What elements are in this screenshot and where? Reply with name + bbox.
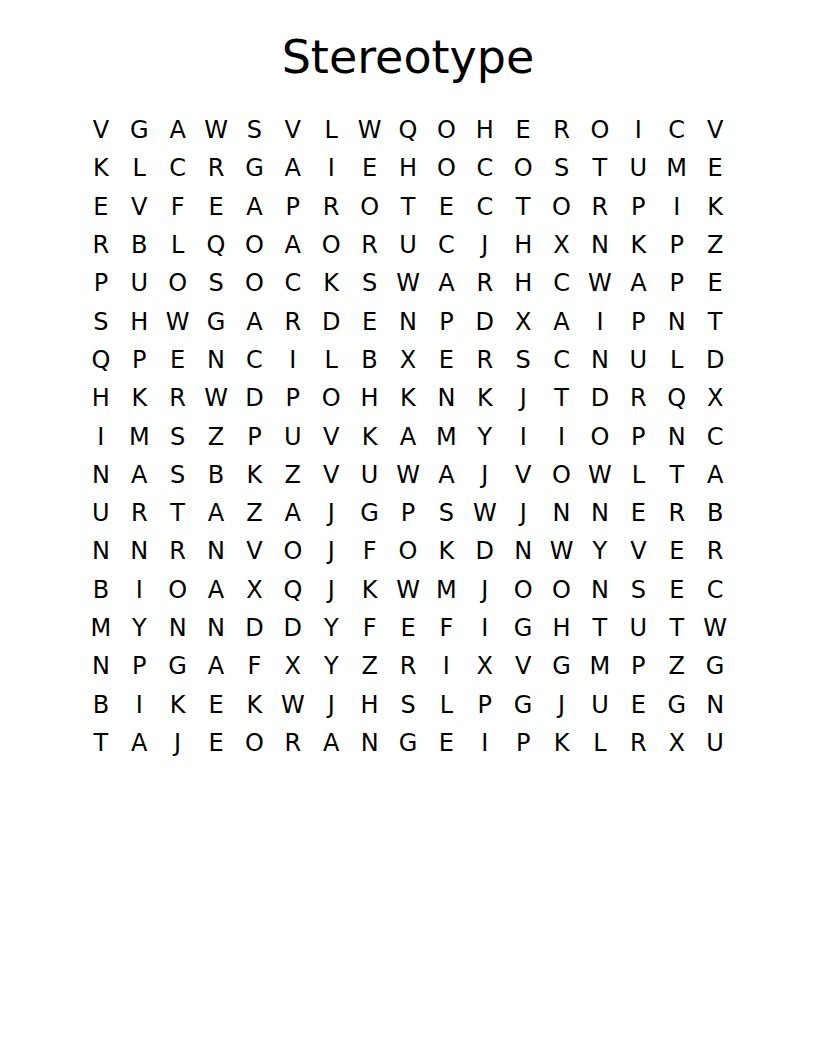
grid-cell: J [466,571,504,609]
grid-cell: O [504,149,542,187]
grid-cell: O [389,532,427,570]
grid-cell: W [696,609,734,647]
grid-cell: H [350,685,388,723]
grid-cell: U [581,685,619,723]
grid-cell: W [389,456,427,494]
grid-cell: D [466,532,504,570]
grid-cell: I [466,724,504,762]
grid-cell: R [619,724,657,762]
grid-cell: K [350,571,388,609]
grid-cell: K [696,188,734,226]
grid-cell: A [619,264,657,302]
grid-cell: R [120,494,158,532]
grid-cell: F [158,188,196,226]
grid-cell: N [581,494,619,532]
grid-cell: G [542,647,580,685]
grid-cell: R [312,188,350,226]
grid-cell: S [427,494,465,532]
grid-cell: V [312,417,350,455]
grid-cell: F [350,532,388,570]
grid-cell: T [504,188,542,226]
grid-cell: C [235,341,273,379]
grid-cell: W [197,111,235,149]
grid-cell: E [696,149,734,187]
grid-cell: W [581,264,619,302]
grid-cell: N [542,494,580,532]
grid-cell: L [312,111,350,149]
grid-cell: G [696,647,734,685]
grid-cell: I [466,609,504,647]
grid-cell: R [197,149,235,187]
grid-cell: G [350,494,388,532]
grid-cell: D [274,609,312,647]
grid-cell: P [619,188,657,226]
grid-cell: V [82,111,120,149]
grid-cell: S [158,456,196,494]
grid-cell: C [427,226,465,264]
grid-cell: X [389,341,427,379]
grid-cell: X [504,302,542,340]
grid-cell: J [504,379,542,417]
grid-cell: K [466,379,504,417]
grid-cell: Z [658,647,696,685]
grid-cell: N [504,532,542,570]
grid-cell: A [120,456,158,494]
grid-cell: O [542,188,580,226]
grid-cell: G [120,111,158,149]
grid-cell: A [427,456,465,494]
grid-cell: V [504,456,542,494]
grid-cell: O [427,149,465,187]
grid-cell: B [197,456,235,494]
grid-cell: P [389,494,427,532]
grid-cell: O [504,571,542,609]
grid-cell: K [427,532,465,570]
grid-cell: A [274,149,312,187]
grid-cell: A [542,302,580,340]
grid-cell: P [466,685,504,723]
grid-cell: E [197,724,235,762]
grid-cell: H [466,111,504,149]
grid-cell: B [82,685,120,723]
grid-cell: O [158,264,196,302]
grid-cell: P [619,647,657,685]
grid-cell: W [542,532,580,570]
grid-cell: R [82,226,120,264]
grid-cell: J [466,456,504,494]
grid-cell: D [312,302,350,340]
grid-cell: E [350,149,388,187]
grid-cell: U [696,724,734,762]
grid-cell: A [197,571,235,609]
grid-cell: I [82,417,120,455]
grid-cell: U [389,226,427,264]
grid-cell: W [389,571,427,609]
grid-cell: O [235,724,273,762]
grid-cell: G [658,685,696,723]
grid-cell: N [82,532,120,570]
grid-cell: G [158,647,196,685]
grid-cell: S [235,111,273,149]
grid-cell: O [427,111,465,149]
grid-cell: F [235,647,273,685]
grid-cell: Q [658,379,696,417]
grid-cell: Z [274,456,312,494]
grid-cell: R [619,379,657,417]
grid-cell: R [658,494,696,532]
grid-cell: H [542,609,580,647]
grid-cell: X [658,724,696,762]
grid-cell: Y [312,647,350,685]
grid-cell: H [120,302,158,340]
grid-cell: V [504,647,542,685]
grid-cell: O [274,532,312,570]
grid-cell: A [274,494,312,532]
grid-cell: L [158,226,196,264]
grid-cell: J [504,494,542,532]
grid-cell: B [350,341,388,379]
grid-cell: N [197,532,235,570]
grid-cell: T [389,188,427,226]
grid-cell: U [274,417,312,455]
grid-cell: L [120,149,158,187]
grid-cell: X [696,379,734,417]
grid-cell: Z [235,494,273,532]
grid-cell: O [312,379,350,417]
grid-cell: J [312,494,350,532]
grid-cell: Q [274,571,312,609]
grid-cell: B [696,494,734,532]
grid-cell: S [389,685,427,723]
grid-cell: N [197,341,235,379]
grid-cell: K [389,379,427,417]
grid-cell: L [581,724,619,762]
grid-cell: K [82,149,120,187]
grid-cell: P [120,341,158,379]
grid-cell: I [274,341,312,379]
grid-cell: Y [466,417,504,455]
grid-cell: C [466,149,504,187]
grid-cell: C [274,264,312,302]
grid-cell: N [82,456,120,494]
grid-cell: E [504,111,542,149]
grid-cell: E [619,494,657,532]
grid-cell: P [274,188,312,226]
grid-cell: H [504,264,542,302]
grid-cell: R [466,341,504,379]
grid-cell: V [312,456,350,494]
grid-cell: G [504,685,542,723]
grid-cell: N [158,609,196,647]
grid-cell: U [619,341,657,379]
grid-cell: E [696,264,734,302]
grid-cell: D [581,379,619,417]
grid-cell: L [427,685,465,723]
grid-cell: F [427,609,465,647]
grid-cell: U [350,456,388,494]
grid-cell: V [619,532,657,570]
grid-cell: T [581,149,619,187]
grid-cell: L [312,341,350,379]
grid-cell: M [427,417,465,455]
grid-cell: L [658,341,696,379]
grid-cell: G [235,149,273,187]
grid-cell: S [619,571,657,609]
grid-cell: C [542,341,580,379]
grid-cell: E [350,302,388,340]
grid-cell: C [696,417,734,455]
grid-cell: V [235,532,273,570]
grid-cell: Q [197,226,235,264]
grid-cell: N [350,724,388,762]
grid-cell: N [658,417,696,455]
grid-cell: N [197,609,235,647]
grid-cell: W [389,264,427,302]
grid-cell: R [158,532,196,570]
grid-cell: H [350,379,388,417]
grid-cell: C [658,111,696,149]
grid-cell: K [619,226,657,264]
puzzle-title: Stereotype [0,26,816,88]
grid-cell: O [350,188,388,226]
grid-cell: X [542,226,580,264]
grid-cell: S [350,264,388,302]
grid-cell: W [350,111,388,149]
grid-cell: R [274,724,312,762]
grid-cell: O [581,417,619,455]
grid-cell: U [619,149,657,187]
grid-cell: H [82,379,120,417]
grid-cell: A [274,226,312,264]
grid-cell: E [427,341,465,379]
grid-cell: T [658,456,696,494]
grid-cell: E [197,685,235,723]
grid-cell: I [312,149,350,187]
grid-cell: N [427,379,465,417]
grid-cell: T [581,609,619,647]
grid-cell: V [274,111,312,149]
grid-cell: S [542,149,580,187]
grid-cell: K [235,685,273,723]
grid-cell: C [542,264,580,302]
grid-cell: X [235,571,273,609]
grid-cell: S [197,264,235,302]
grid-cell: E [82,188,120,226]
grid-cell: W [581,456,619,494]
grid-cell: A [158,111,196,149]
grid-cell: I [120,571,158,609]
grid-cell: O [312,226,350,264]
grid-cell: K [350,417,388,455]
grid-cell: O [158,571,196,609]
grid-cell: R [274,302,312,340]
grid-cell: O [235,264,273,302]
grid-cell: M [658,149,696,187]
grid-cell: I [120,685,158,723]
grid-cell: Y [312,609,350,647]
grid-cell: H [389,149,427,187]
grid-cell: X [466,647,504,685]
grid-cell: E [389,609,427,647]
grid-cell: A [427,264,465,302]
grid-cell: J [158,724,196,762]
grid-cell: W [158,302,196,340]
grid-cell: A [197,494,235,532]
grid-cell: E [197,188,235,226]
grid-cell: N [696,685,734,723]
grid-cell: I [619,111,657,149]
grid-cell: B [120,226,158,264]
grid-cell: Q [389,111,427,149]
grid-cell: N [82,647,120,685]
grid-cell: Y [581,532,619,570]
grid-cell: A [197,647,235,685]
grid-cell: U [120,264,158,302]
grid-cell: K [158,685,196,723]
grid-cell: I [427,647,465,685]
grid-cell: O [542,456,580,494]
grid-cell: A [235,302,273,340]
grid-cell: Z [197,417,235,455]
grid-cell: K [542,724,580,762]
grid-cell: E [427,188,465,226]
grid-cell: I [542,417,580,455]
word-search-grid: VGAWSVLWQOHEROICVKLCRGAIEHOCOSTUMEEVFEAP… [82,111,735,762]
grid-cell: W [274,685,312,723]
grid-cell: P [504,724,542,762]
grid-cell: N [120,532,158,570]
grid-cell: U [82,494,120,532]
grid-cell: M [581,647,619,685]
grid-cell: W [466,494,504,532]
grid-cell: K [312,264,350,302]
grid-cell: C [466,188,504,226]
grid-cell: N [658,302,696,340]
grid-cell: K [120,379,158,417]
grid-cell: S [82,302,120,340]
grid-cell: M [120,417,158,455]
grid-cell: E [619,685,657,723]
grid-cell: Z [350,647,388,685]
grid-cell: D [235,379,273,417]
grid-cell: P [427,302,465,340]
grid-cell: R [466,264,504,302]
grid-cell: R [542,111,580,149]
grid-cell: M [427,571,465,609]
grid-cell: G [197,302,235,340]
grid-cell: I [581,302,619,340]
grid-cell: N [581,571,619,609]
grid-cell: A [235,188,273,226]
grid-cell: O [581,111,619,149]
grid-cell: A [389,417,427,455]
grid-cell: D [696,341,734,379]
grid-cell: R [158,379,196,417]
grid-cell: R [389,647,427,685]
grid-cell: S [504,341,542,379]
grid-cell: H [504,226,542,264]
grid-cell: R [581,188,619,226]
grid-cell: P [274,379,312,417]
grid-cell: I [504,417,542,455]
grid-cell: U [619,609,657,647]
grid-cell: N [581,226,619,264]
grid-cell: J [542,685,580,723]
grid-cell: A [312,724,350,762]
grid-cell: T [158,494,196,532]
grid-cell: R [696,532,734,570]
grid-cell: T [658,609,696,647]
grid-cell: N [389,302,427,340]
grid-cell: K [235,456,273,494]
grid-cell: T [542,379,580,417]
grid-cell: N [581,341,619,379]
grid-cell: P [658,226,696,264]
grid-cell: A [120,724,158,762]
grid-cell: D [466,302,504,340]
grid-cell: Z [696,226,734,264]
grid-cell: G [504,609,542,647]
grid-cell: J [312,532,350,570]
grid-cell: W [197,379,235,417]
grid-cell: I [658,188,696,226]
grid-cell: E [658,571,696,609]
grid-cell: L [619,456,657,494]
grid-cell: M [82,609,120,647]
grid-cell: D [235,609,273,647]
grid-cell: P [658,264,696,302]
grid-cell: S [158,417,196,455]
grid-cell: B [82,571,120,609]
grid-cell: P [82,264,120,302]
grid-cell: P [120,647,158,685]
grid-cell: O [542,571,580,609]
grid-cell: F [350,609,388,647]
grid-cell: Q [82,341,120,379]
grid-cell: V [120,188,158,226]
grid-cell: T [696,302,734,340]
grid-cell: E [427,724,465,762]
grid-cell: V [696,111,734,149]
grid-cell: X [274,647,312,685]
grid-cell: O [235,226,273,264]
grid-cell: T [82,724,120,762]
grid-cell: R [350,226,388,264]
grid-cell: P [235,417,273,455]
worksheet-page: Stereotype VGAWSVLWQOHEROICVKLCRGAIEHOCO… [0,26,816,1056]
grid-cell: A [696,456,734,494]
grid-cell: P [619,302,657,340]
grid-cell: J [312,685,350,723]
grid-cell: J [466,226,504,264]
grid-cell: Y [120,609,158,647]
grid-cell: C [696,571,734,609]
grid-cell: G [389,724,427,762]
grid-cell: P [619,417,657,455]
grid-cell: E [158,341,196,379]
grid-cell: E [658,532,696,570]
grid-cell: J [312,571,350,609]
grid-cell: C [158,149,196,187]
